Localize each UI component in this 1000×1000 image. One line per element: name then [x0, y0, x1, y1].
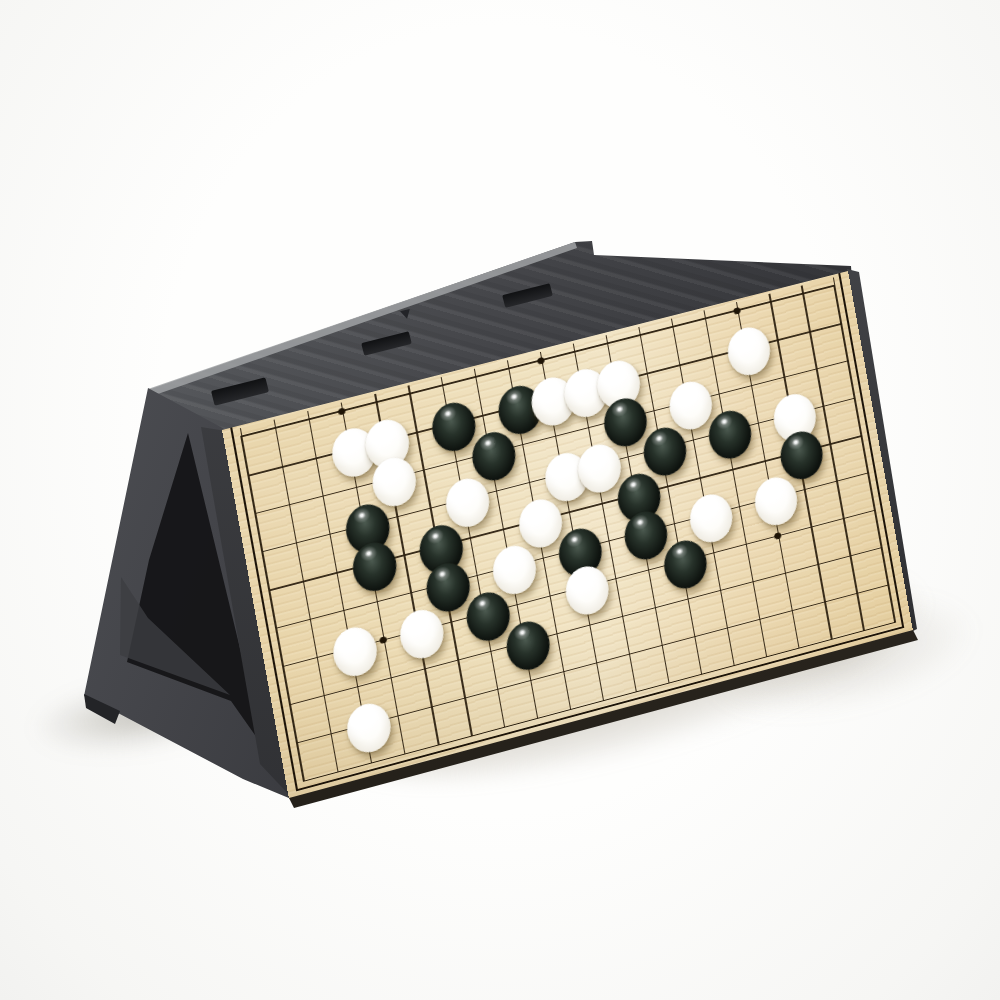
- black-stone: [469, 427, 520, 485]
- product-photo-scene: [0, 0, 1000, 1000]
- white-stone: [489, 541, 540, 599]
- white-stone: [396, 605, 447, 663]
- black-stone: [428, 398, 479, 456]
- black-stone: [660, 536, 710, 594]
- black-stone: [503, 617, 554, 675]
- black-stone: [640, 423, 690, 480]
- white-stone: [751, 473, 801, 530]
- white-stone: [329, 623, 380, 681]
- black-stone: [463, 588, 514, 646]
- white-stone: [515, 495, 565, 553]
- black-stone: [705, 406, 755, 463]
- white-stone: [724, 323, 774, 380]
- white-stone: [343, 699, 394, 758]
- white-stone: [666, 377, 716, 434]
- white-stone: [442, 474, 493, 532]
- white-stone: [686, 490, 736, 547]
